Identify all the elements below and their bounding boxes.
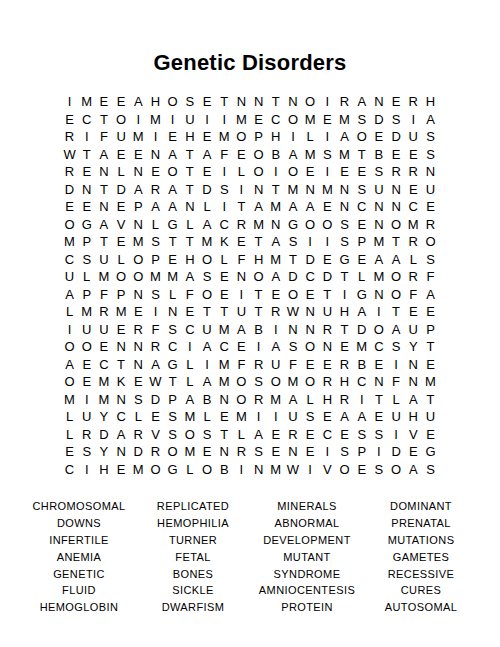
- grid-cell: E: [113, 93, 130, 111]
- grid-cell: O: [113, 111, 130, 129]
- grid-cell: A: [233, 321, 250, 339]
- grid-cell: S: [250, 373, 267, 391]
- grid-cell: E: [353, 163, 370, 181]
- grid-cell: C: [113, 408, 130, 426]
- grid-cell: H: [319, 391, 336, 409]
- grid-cell: S: [422, 146, 439, 164]
- grid-cell: A: [336, 128, 353, 146]
- grid-cell: A: [302, 198, 319, 216]
- grid-cell: N: [216, 391, 233, 409]
- grid-cell: O: [164, 163, 181, 181]
- grid-cell: A: [95, 146, 112, 164]
- grid-cell: N: [405, 373, 422, 391]
- grid-cell: G: [164, 461, 181, 479]
- grid-cell: R: [61, 163, 78, 181]
- grid-cell: O: [353, 128, 370, 146]
- grid-cell: S: [336, 216, 353, 234]
- grid-cell: E: [302, 356, 319, 374]
- grid-cell: C: [181, 321, 198, 339]
- grid-cell: O: [233, 373, 250, 391]
- word-list-item: DOMINANT: [364, 498, 478, 515]
- grid-cell: E: [353, 461, 370, 479]
- grid-cell: N: [233, 268, 250, 286]
- grid-cell: S: [284, 338, 301, 356]
- grid-cell: E: [267, 286, 284, 304]
- grid-cell: L: [164, 286, 181, 304]
- grid-cell: D: [388, 128, 405, 146]
- grid-cell: T: [113, 356, 130, 374]
- grid-cell: L: [181, 216, 198, 234]
- grid-cell: N: [113, 443, 130, 461]
- grid-cell: O: [198, 251, 215, 269]
- grid-cell: O: [61, 216, 78, 234]
- grid-cell: L: [353, 268, 370, 286]
- grid-cell: L: [181, 373, 198, 391]
- grid-cell: R: [284, 426, 301, 444]
- grid-cell: M: [216, 128, 233, 146]
- grid-cell: E: [233, 146, 250, 164]
- grid-cell: D: [95, 426, 112, 444]
- grid-cell: B: [198, 391, 215, 409]
- grid-cell: N: [370, 93, 387, 111]
- grid-cell: L: [61, 408, 78, 426]
- grid-cell: U: [113, 128, 130, 146]
- grid-cell: G: [164, 356, 181, 374]
- grid-cell: A: [250, 426, 267, 444]
- grid-cell: I: [198, 111, 215, 129]
- grid-cell: M: [130, 128, 147, 146]
- grid-cell: T: [95, 111, 112, 129]
- grid-cell: T: [267, 181, 284, 199]
- grid-cell: I: [181, 338, 198, 356]
- grid-cell: M: [78, 303, 95, 321]
- grid-cell: I: [216, 163, 233, 181]
- grid-cell: L: [302, 391, 319, 409]
- grid-cell: S: [250, 443, 267, 461]
- grid-cell: E: [319, 251, 336, 269]
- grid-cell: H: [181, 128, 198, 146]
- grid-cell: R: [250, 391, 267, 409]
- grid-cell: I: [267, 408, 284, 426]
- grid-cell: R: [147, 338, 164, 356]
- grid-cell: E: [113, 198, 130, 216]
- grid-cell: O: [284, 163, 301, 181]
- grid-cell: S: [353, 181, 370, 199]
- grid-cell: O: [130, 268, 147, 286]
- grid-cell: L: [181, 356, 198, 374]
- grid-cell: G: [353, 286, 370, 304]
- grid-cell: E: [422, 303, 439, 321]
- grid-cell: F: [284, 356, 301, 374]
- grid-cell: L: [405, 251, 422, 269]
- word-list-item: GAMETES: [364, 548, 478, 565]
- grid-cell: A: [250, 198, 267, 216]
- grid-cell: O: [319, 216, 336, 234]
- grid-cell: V: [113, 216, 130, 234]
- grid-cell: O: [250, 268, 267, 286]
- grid-cell: M: [233, 408, 250, 426]
- grid-cell: L: [216, 251, 233, 269]
- grid-cell: E: [370, 128, 387, 146]
- grid-cell: U: [61, 268, 78, 286]
- grid-cell: A: [353, 93, 370, 111]
- grid-cell: C: [61, 461, 78, 479]
- grid-cell: R: [405, 268, 422, 286]
- grid-cell: L: [198, 408, 215, 426]
- grid-cell: L: [61, 426, 78, 444]
- grid-cell: D: [370, 111, 387, 129]
- grid-cell: I: [147, 303, 164, 321]
- grid-cell: E: [370, 408, 387, 426]
- grid-cell: N: [233, 93, 250, 111]
- grid-cell: I: [267, 321, 284, 339]
- grid-cell: M: [336, 146, 353, 164]
- word-list-item: CHROMOSOMAL: [22, 498, 136, 515]
- grid-cell: I: [319, 163, 336, 181]
- grid-cell: U: [181, 111, 198, 129]
- grid-cell: T: [370, 391, 387, 409]
- grid-cell: N: [319, 338, 336, 356]
- grid-cell: T: [336, 321, 353, 339]
- grid-cell: T: [216, 426, 233, 444]
- grid-cell: S: [164, 408, 181, 426]
- grid-cell: O: [233, 128, 250, 146]
- grid-cell: A: [61, 356, 78, 374]
- grid-cell: W: [147, 373, 164, 391]
- grid-cell: T: [336, 268, 353, 286]
- grid-cell: S: [147, 233, 164, 251]
- grid-cell: S: [164, 426, 181, 444]
- word-list-item: TURNER: [136, 532, 250, 549]
- grid-cell: A: [164, 181, 181, 199]
- grid-cell: N: [216, 443, 233, 461]
- grid-cell: M: [95, 391, 112, 409]
- grid-cell: P: [113, 286, 130, 304]
- grid-cell: M: [181, 408, 198, 426]
- grid-cell: Y: [95, 443, 112, 461]
- grid-cell: A: [284, 146, 301, 164]
- grid-cell: I: [250, 338, 267, 356]
- grid-cell: S: [78, 443, 95, 461]
- grid-cell: L: [181, 461, 198, 479]
- grid-cell: N: [250, 93, 267, 111]
- grid-cell: N: [370, 198, 387, 216]
- puzzle-title: Genetic Disorders: [0, 50, 500, 76]
- grid-cell: A: [267, 233, 284, 251]
- grid-cell: M: [95, 268, 112, 286]
- word-list-item: HEMOPHILIA: [136, 515, 250, 532]
- grid-cell: T: [319, 286, 336, 304]
- grid-cell: M: [61, 391, 78, 409]
- grid-cell: G: [164, 216, 181, 234]
- worksheet-page: Genetic Disorders IMEEAHOSETNNTNOIRANERH…: [0, 0, 500, 647]
- grid-cell: L: [130, 408, 147, 426]
- grid-cell: E: [61, 443, 78, 461]
- grid-cell: H: [422, 93, 439, 111]
- grid-cell: D: [284, 268, 301, 286]
- grid-cell: N: [130, 163, 147, 181]
- grid-cell: M: [216, 321, 233, 339]
- grid-cell: U: [284, 408, 301, 426]
- grid-cell: P: [164, 391, 181, 409]
- grid-cell: E: [78, 356, 95, 374]
- grid-cell: E: [353, 216, 370, 234]
- grid-cell: N: [267, 216, 284, 234]
- grid-cell: A: [336, 408, 353, 426]
- grid-cell: S: [198, 426, 215, 444]
- grid-cell: N: [113, 338, 130, 356]
- grid-cell: P: [250, 128, 267, 146]
- grid-cell: I: [319, 128, 336, 146]
- grid-cell: I: [130, 111, 147, 129]
- grid-cell: O: [336, 461, 353, 479]
- grid-cell: E: [336, 426, 353, 444]
- grid-cell: E: [95, 93, 112, 111]
- grid-cell: D: [113, 181, 130, 199]
- grid-cell: E: [405, 181, 422, 199]
- grid-cell: V: [405, 426, 422, 444]
- grid-cell: L: [113, 163, 130, 181]
- grid-cell: R: [405, 93, 422, 111]
- grid-cell: C: [267, 111, 284, 129]
- grid-cell: N: [95, 163, 112, 181]
- grid-cell: P: [353, 233, 370, 251]
- grid-cell: C: [353, 198, 370, 216]
- grid-cell: D: [61, 181, 78, 199]
- grid-cell: U: [405, 128, 422, 146]
- grid-cell: D: [147, 391, 164, 409]
- word-list: CHROMOSOMALREPLICATEDMINERALSDOMINANTDOW…: [22, 498, 478, 616]
- word-list-item: ANEMIA: [22, 548, 136, 565]
- grid-cell: A: [198, 338, 215, 356]
- grid-cell: E: [319, 356, 336, 374]
- grid-cell: H: [336, 373, 353, 391]
- grid-cell: H: [405, 408, 422, 426]
- word-list-item: DWARFISM: [136, 599, 250, 616]
- grid-cell: E: [216, 408, 233, 426]
- grid-cell: M: [370, 268, 387, 286]
- grid-cell: N: [422, 163, 439, 181]
- grid-cell: L: [233, 426, 250, 444]
- grid-cell: M: [353, 338, 370, 356]
- grid-cell: T: [353, 146, 370, 164]
- grid-cell: U: [370, 181, 387, 199]
- grid-cell: P: [353, 443, 370, 461]
- grid-cell: E: [113, 233, 130, 251]
- grid-cell: N: [250, 461, 267, 479]
- grid-cell: S: [388, 338, 405, 356]
- grid-cell: L: [78, 268, 95, 286]
- word-list-item: DOWNS: [22, 515, 136, 532]
- grid-cell: T: [422, 338, 439, 356]
- word-list-item: PROTEIN: [250, 599, 364, 616]
- grid-cell: D: [130, 443, 147, 461]
- grid-cell: N: [130, 216, 147, 234]
- grid-cell: W: [284, 461, 301, 479]
- grid-cell: N: [284, 321, 301, 339]
- grid-cell: I: [336, 286, 353, 304]
- grid-cell: P: [78, 233, 95, 251]
- grid-cell: E: [302, 443, 319, 461]
- grid-cell: E: [95, 338, 112, 356]
- grid-cell: D: [302, 251, 319, 269]
- grid-cell: G: [336, 251, 353, 269]
- grid-cell: R: [130, 426, 147, 444]
- grid-cell: M: [267, 198, 284, 216]
- grid-cell: N: [130, 338, 147, 356]
- grid-cell: A: [198, 216, 215, 234]
- grid-cell: I: [147, 128, 164, 146]
- grid-cell: E: [267, 443, 284, 461]
- grid-cell: R: [147, 443, 164, 461]
- grid-cell: M: [61, 233, 78, 251]
- grid-cell: H: [181, 251, 198, 269]
- grid-cell: M: [181, 443, 198, 461]
- grid-cell: N: [370, 216, 387, 234]
- word-list-item: MUTATIONS: [364, 532, 478, 549]
- grid-cell: E: [78, 373, 95, 391]
- grid-cell: A: [164, 146, 181, 164]
- grid-cell: R: [319, 321, 336, 339]
- grid-cell: S: [422, 461, 439, 479]
- grid-cell: M: [267, 461, 284, 479]
- word-list-item: SYNDROME: [250, 565, 364, 582]
- grid-cell: A: [284, 391, 301, 409]
- grid-cell: S: [336, 443, 353, 461]
- grid-cell: M: [216, 373, 233, 391]
- grid-cell: S: [198, 268, 215, 286]
- grid-cell: T: [95, 233, 112, 251]
- grid-cell: A: [405, 461, 422, 479]
- grid-cell: D: [388, 443, 405, 461]
- grid-cell: O: [61, 373, 78, 391]
- grid-cell: T: [267, 93, 284, 111]
- grid-cell: M: [319, 181, 336, 199]
- grid-cell: I: [250, 408, 267, 426]
- grid-cell: E: [267, 426, 284, 444]
- grid-cell: S: [353, 426, 370, 444]
- grid-cell: N: [336, 198, 353, 216]
- grid-cell: G: [422, 443, 439, 461]
- grid-cell: L: [233, 163, 250, 181]
- grid-cell: G: [284, 216, 301, 234]
- grid-cell: Y: [95, 408, 112, 426]
- grid-cell: F: [147, 321, 164, 339]
- grid-cell: O: [164, 443, 181, 461]
- grid-cell: O: [78, 338, 95, 356]
- grid-cell: I: [284, 128, 301, 146]
- grid-cell: O: [284, 111, 301, 129]
- grid-cell: N: [302, 181, 319, 199]
- grid-cell: O: [267, 373, 284, 391]
- grid-cell: S: [353, 111, 370, 129]
- grid-cell: C: [405, 198, 422, 216]
- grid-cell: N: [302, 321, 319, 339]
- word-list-item: CURES: [364, 582, 478, 599]
- grid-cell: A: [267, 268, 284, 286]
- grid-cell: O: [284, 286, 301, 304]
- grid-cell: O: [233, 391, 250, 409]
- grid-cell: M: [250, 216, 267, 234]
- grid-cell: M: [422, 373, 439, 391]
- grid-cell: I: [319, 443, 336, 461]
- grid-cell: B: [250, 321, 267, 339]
- grid-cell: M: [147, 111, 164, 129]
- grid-cell: M: [267, 391, 284, 409]
- grid-cell: E: [319, 111, 336, 129]
- grid-cell: S: [319, 146, 336, 164]
- grid-cell: E: [164, 251, 181, 269]
- word-list-item: REPLICATED: [136, 498, 250, 515]
- grid-cell: T: [95, 181, 112, 199]
- grid-cell: D: [319, 268, 336, 286]
- grid-cell: N: [130, 286, 147, 304]
- grid-cell: S: [422, 128, 439, 146]
- grid-cell: H: [95, 461, 112, 479]
- word-search-grid: IMEEAHOSETNNTNOIRANERHECTOIMIUIIMECOMEMS…: [61, 93, 439, 478]
- grid-cell: C: [164, 338, 181, 356]
- grid-cell: T: [181, 233, 198, 251]
- grid-cell: N: [164, 303, 181, 321]
- grid-cell: I: [233, 461, 250, 479]
- grid-cell: R: [250, 356, 267, 374]
- grid-cell: S: [370, 461, 387, 479]
- grid-cell: E: [250, 111, 267, 129]
- word-list-item: DEVELOPMENT: [250, 532, 364, 549]
- grid-cell: I: [370, 303, 387, 321]
- grid-cell: A: [147, 356, 164, 374]
- grid-cell: R: [78, 426, 95, 444]
- grid-cell: O: [388, 268, 405, 286]
- grid-cell: F: [405, 286, 422, 304]
- grid-cell: L: [302, 128, 319, 146]
- grid-cell: F: [95, 286, 112, 304]
- grid-cell: E: [216, 286, 233, 304]
- grid-cell: R: [336, 93, 353, 111]
- grid-cell: E: [405, 146, 422, 164]
- grid-cell: A: [422, 111, 439, 129]
- grid-cell: O: [61, 338, 78, 356]
- grid-cell: E: [422, 426, 439, 444]
- grid-cell: R: [388, 163, 405, 181]
- grid-cell: I: [61, 321, 78, 339]
- grid-cell: E: [405, 443, 422, 461]
- grid-cell: T: [388, 233, 405, 251]
- grid-cell: R: [319, 373, 336, 391]
- word-list-item: ABNORMAL: [250, 515, 364, 532]
- grid-cell: A: [181, 268, 198, 286]
- grid-cell: A: [147, 198, 164, 216]
- grid-cell: S: [370, 426, 387, 444]
- grid-cell: T: [216, 93, 233, 111]
- grid-cell: T: [233, 198, 250, 216]
- grid-cell: A: [422, 286, 439, 304]
- grid-cell: W: [284, 303, 301, 321]
- grid-cell: T: [164, 373, 181, 391]
- grid-cell: R: [267, 303, 284, 321]
- grid-cell: U: [422, 408, 439, 426]
- grid-cell: A: [267, 338, 284, 356]
- grid-cell: T: [181, 163, 198, 181]
- grid-cell: E: [370, 356, 387, 374]
- grid-cell: N: [181, 198, 198, 216]
- grid-cell: A: [353, 408, 370, 426]
- grid-cell: T: [422, 391, 439, 409]
- grid-cell: N: [250, 181, 267, 199]
- grid-cell: F: [233, 251, 250, 269]
- grid-cell: A: [61, 286, 78, 304]
- word-list-item: MINERALS: [250, 498, 364, 515]
